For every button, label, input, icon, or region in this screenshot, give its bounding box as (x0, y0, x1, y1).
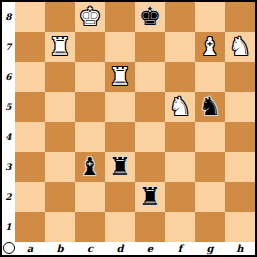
square-d5[interactable] (105, 92, 135, 122)
square-h6[interactable] (225, 62, 255, 92)
square-h1[interactable] (225, 212, 255, 242)
file-label-g: g (195, 242, 225, 255)
square-c1[interactable] (75, 212, 105, 242)
file-label-h: h (225, 242, 255, 255)
square-f5[interactable]: ♞ (165, 92, 195, 122)
file-label-a: a (15, 242, 45, 255)
black-rook-e2[interactable]: ♜ (135, 182, 165, 212)
square-d2[interactable] (105, 182, 135, 212)
square-d4[interactable] (105, 122, 135, 152)
square-e7[interactable] (135, 32, 165, 62)
square-g2[interactable] (195, 182, 225, 212)
black-bishop-c3[interactable]: ♝ (75, 152, 105, 182)
square-d8[interactable] (105, 2, 135, 32)
square-f1[interactable] (165, 212, 195, 242)
square-a3[interactable] (15, 152, 45, 182)
square-f6[interactable] (165, 62, 195, 92)
file-labels: abcdefgh (15, 242, 255, 255)
square-c3[interactable]: ♝ (75, 152, 105, 182)
square-f3[interactable] (165, 152, 195, 182)
black-king-e8[interactable]: ♚ (135, 2, 165, 32)
square-e5[interactable] (135, 92, 165, 122)
file-label-c: c (75, 242, 105, 255)
square-f4[interactable] (165, 122, 195, 152)
square-a7[interactable] (15, 32, 45, 62)
square-g3[interactable] (195, 152, 225, 182)
rank-label-1: 1 (2, 212, 15, 242)
square-d1[interactable] (105, 212, 135, 242)
white-rook-b7[interactable]: ♜ (45, 32, 75, 62)
square-f7[interactable] (165, 32, 195, 62)
square-b1[interactable] (45, 212, 75, 242)
square-g6[interactable] (195, 62, 225, 92)
white-knight-f5[interactable]: ♞ (165, 92, 195, 122)
file-label-b: b (45, 242, 75, 255)
square-g8[interactable] (195, 2, 225, 32)
white-bishop-g7[interactable]: ♝ (195, 32, 225, 62)
square-c4[interactable] (75, 122, 105, 152)
rank-label-7: 7 (2, 32, 15, 62)
square-c8[interactable]: ♚ (75, 2, 105, 32)
square-h8[interactable] (225, 2, 255, 32)
white-king-c8[interactable]: ♚ (75, 2, 105, 32)
square-c2[interactable] (75, 182, 105, 212)
square-d7[interactable] (105, 32, 135, 62)
white-rook-d6[interactable]: ♜ (105, 62, 135, 92)
square-b6[interactable] (45, 62, 75, 92)
square-g4[interactable] (195, 122, 225, 152)
square-c7[interactable] (75, 32, 105, 62)
white-knight-h7[interactable]: ♞ (225, 32, 255, 62)
rank-label-8: 8 (2, 2, 15, 32)
square-g7[interactable]: ♝ (195, 32, 225, 62)
square-a6[interactable] (15, 62, 45, 92)
square-b3[interactable] (45, 152, 75, 182)
rank-label-5: 5 (2, 92, 15, 122)
square-a4[interactable] (15, 122, 45, 152)
board: ♚♚♜♝♞♜♞♞♝♜♜ (15, 2, 255, 242)
file-label-d: d (105, 242, 135, 255)
square-b4[interactable] (45, 122, 75, 152)
square-e3[interactable] (135, 152, 165, 182)
square-b2[interactable] (45, 182, 75, 212)
square-a5[interactable] (15, 92, 45, 122)
square-e2[interactable]: ♜ (135, 182, 165, 212)
square-d3[interactable]: ♜ (105, 152, 135, 182)
square-a1[interactable] (15, 212, 45, 242)
square-f2[interactable] (165, 182, 195, 212)
rank-label-2: 2 (2, 182, 15, 212)
square-h4[interactable] (225, 122, 255, 152)
square-g5[interactable]: ♞ (195, 92, 225, 122)
diagram-layout: 87654321 ♚♚♜♝♞♜♞♞♝♜♜ abcdefgh (2, 2, 255, 255)
chess-diagram: 87654321 ♚♚♜♝♞♜♞♞♝♜♜ abcdefgh (0, 0, 257, 257)
black-rook-d3[interactable]: ♜ (105, 152, 135, 182)
square-h7[interactable]: ♞ (225, 32, 255, 62)
square-h2[interactable] (225, 182, 255, 212)
square-a8[interactable] (15, 2, 45, 32)
square-f8[interactable] (165, 2, 195, 32)
file-label-e: e (135, 242, 165, 255)
square-c6[interactable] (75, 62, 105, 92)
square-a2[interactable] (15, 182, 45, 212)
square-c5[interactable] (75, 92, 105, 122)
square-e6[interactable] (135, 62, 165, 92)
square-e8[interactable]: ♚ (135, 2, 165, 32)
white-to-move-indicator-icon (3, 242, 15, 254)
black-knight-g5[interactable]: ♞ (195, 92, 225, 122)
rank-label-6: 6 (2, 62, 15, 92)
rank-label-3: 3 (2, 152, 15, 182)
square-b7[interactable]: ♜ (45, 32, 75, 62)
square-b5[interactable] (45, 92, 75, 122)
rank-labels: 87654321 (2, 2, 15, 242)
square-e4[interactable] (135, 122, 165, 152)
file-label-f: f (165, 242, 195, 255)
rank-label-4: 4 (2, 122, 15, 152)
square-e1[interactable] (135, 212, 165, 242)
square-b8[interactable] (45, 2, 75, 32)
square-g1[interactable] (195, 212, 225, 242)
square-d6[interactable]: ♜ (105, 62, 135, 92)
square-h3[interactable] (225, 152, 255, 182)
square-h5[interactable] (225, 92, 255, 122)
